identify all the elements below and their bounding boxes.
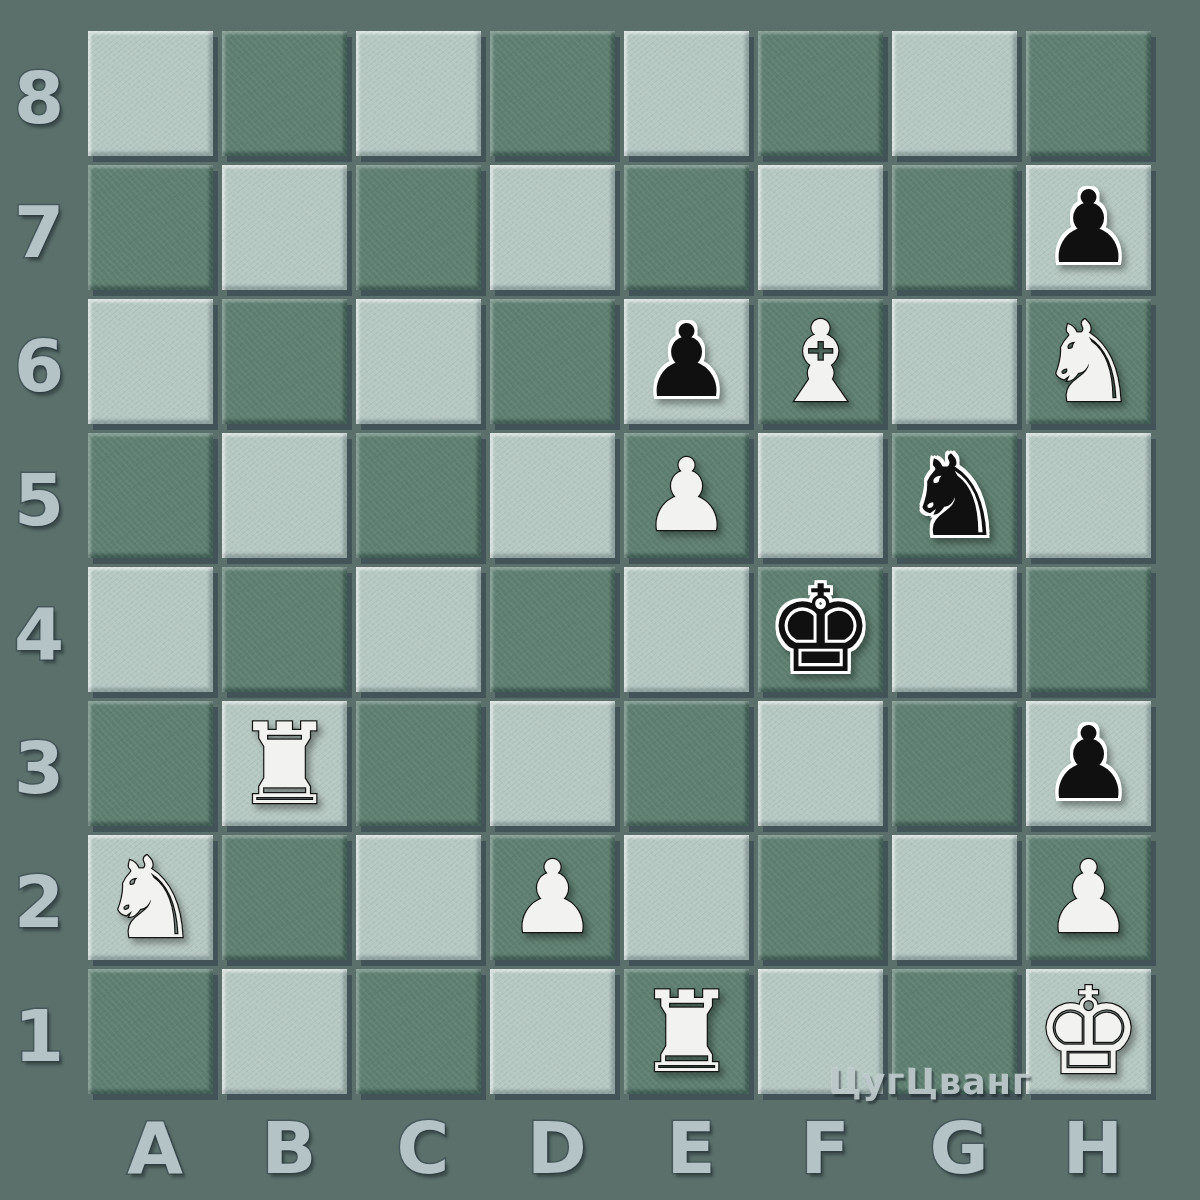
- rank-label-8: 8: [0, 56, 78, 140]
- black-king-f4[interactable]: ♚: [767, 570, 875, 690]
- square-c7[interactable]: [356, 165, 490, 299]
- file-label-e: E: [624, 1106, 758, 1190]
- square-e4[interactable]: [624, 567, 758, 701]
- square-f4[interactable]: ♚: [758, 567, 892, 701]
- file-label-d: D: [490, 1106, 624, 1190]
- white-pawn-h2[interactable]: ♟: [1044, 848, 1134, 948]
- rank-label-7: 7: [0, 190, 78, 274]
- file-label-c: C: [356, 1106, 490, 1190]
- black-knight-g5[interactable]: ♞: [904, 440, 1004, 552]
- square-a1[interactable]: [88, 969, 222, 1103]
- white-knight-a2[interactable]: ♞: [100, 842, 200, 954]
- square-d1[interactable]: [490, 969, 624, 1103]
- square-b7[interactable]: [222, 165, 356, 299]
- square-h8[interactable]: [1026, 31, 1160, 165]
- square-g7[interactable]: [892, 165, 1026, 299]
- square-h3[interactable]: ♟: [1026, 701, 1160, 835]
- rank-label-3: 3: [0, 726, 78, 810]
- rank-label-5: 5: [0, 458, 78, 542]
- square-a6[interactable]: [88, 299, 222, 433]
- white-rook-b3[interactable]: ♜: [234, 708, 334, 820]
- square-d7[interactable]: [490, 165, 624, 299]
- square-d2[interactable]: ♟: [490, 835, 624, 969]
- square-a5[interactable]: [88, 433, 222, 567]
- square-c6[interactable]: [356, 299, 490, 433]
- square-h6[interactable]: ♞: [1026, 299, 1160, 433]
- board: ♟♟♝♞♟♞♚♜♟♞♟♟♜♚: [88, 31, 1160, 1103]
- white-pawn-e5[interactable]: ♟: [642, 446, 732, 546]
- file-label-a: A: [88, 1106, 222, 1190]
- square-d5[interactable]: [490, 433, 624, 567]
- square-b2[interactable]: [222, 835, 356, 969]
- file-label-g: G: [892, 1106, 1026, 1190]
- square-g4[interactable]: [892, 567, 1026, 701]
- square-g2[interactable]: [892, 835, 1026, 969]
- square-g3[interactable]: [892, 701, 1026, 835]
- square-f7[interactable]: [758, 165, 892, 299]
- white-pawn-d2[interactable]: ♟: [508, 848, 598, 948]
- rank-label-6: 6: [0, 324, 78, 408]
- rank-label-2: 2: [0, 860, 78, 944]
- square-b8[interactable]: [222, 31, 356, 165]
- square-b4[interactable]: [222, 567, 356, 701]
- square-c2[interactable]: [356, 835, 490, 969]
- black-pawn-e6[interactable]: ♟: [642, 312, 732, 412]
- square-c1[interactable]: [356, 969, 490, 1103]
- square-c8[interactable]: [356, 31, 490, 165]
- square-h4[interactable]: [1026, 567, 1160, 701]
- square-a8[interactable]: [88, 31, 222, 165]
- square-a2[interactable]: ♞: [88, 835, 222, 969]
- square-e2[interactable]: [624, 835, 758, 969]
- rank-labels: 87654321: [0, 31, 78, 1103]
- square-a3[interactable]: [88, 701, 222, 835]
- square-d8[interactable]: [490, 31, 624, 165]
- white-bishop-f6[interactable]: ♝: [770, 306, 870, 418]
- square-a4[interactable]: [88, 567, 222, 701]
- square-e1[interactable]: ♜: [624, 969, 758, 1103]
- square-g5[interactable]: ♞: [892, 433, 1026, 567]
- square-e5[interactable]: ♟: [624, 433, 758, 567]
- file-label-f: F: [758, 1106, 892, 1190]
- square-e7[interactable]: [624, 165, 758, 299]
- square-b6[interactable]: [222, 299, 356, 433]
- square-e3[interactable]: [624, 701, 758, 835]
- black-pawn-h7[interactable]: ♟: [1044, 178, 1134, 278]
- square-e8[interactable]: [624, 31, 758, 165]
- square-d4[interactable]: [490, 567, 624, 701]
- rank-label-1: 1: [0, 994, 78, 1078]
- square-f8[interactable]: [758, 31, 892, 165]
- square-g6[interactable]: [892, 299, 1026, 433]
- square-f6[interactable]: ♝: [758, 299, 892, 433]
- square-h2[interactable]: ♟: [1026, 835, 1160, 969]
- watermark: ЦугЦванг: [829, 1062, 1031, 1102]
- file-label-h: H: [1026, 1106, 1160, 1190]
- square-h1[interactable]: ♚: [1026, 969, 1160, 1103]
- black-pawn-h3[interactable]: ♟: [1044, 714, 1134, 814]
- square-c5[interactable]: [356, 433, 490, 567]
- square-d3[interactable]: [490, 701, 624, 835]
- white-knight-h6[interactable]: ♞: [1038, 306, 1138, 418]
- square-d6[interactable]: [490, 299, 624, 433]
- square-e6[interactable]: ♟: [624, 299, 758, 433]
- square-b1[interactable]: [222, 969, 356, 1103]
- file-labels: ABCDEFGH: [88, 1102, 1160, 1194]
- square-h5[interactable]: [1026, 433, 1160, 567]
- square-g8[interactable]: [892, 31, 1026, 165]
- square-a7[interactable]: [88, 165, 222, 299]
- square-c3[interactable]: [356, 701, 490, 835]
- square-f5[interactable]: [758, 433, 892, 567]
- square-f3[interactable]: [758, 701, 892, 835]
- file-label-b: B: [222, 1106, 356, 1190]
- white-rook-e1[interactable]: ♜: [636, 976, 736, 1088]
- square-f2[interactable]: [758, 835, 892, 969]
- square-h7[interactable]: ♟: [1026, 165, 1160, 299]
- square-c4[interactable]: [356, 567, 490, 701]
- white-king-h1[interactable]: ♚: [1035, 972, 1143, 1092]
- rank-label-4: 4: [0, 592, 78, 676]
- square-b3[interactable]: ♜: [222, 701, 356, 835]
- square-b5[interactable]: [222, 433, 356, 567]
